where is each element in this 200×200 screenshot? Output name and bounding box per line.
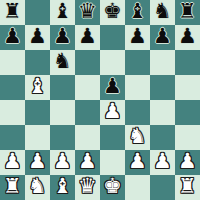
black-pawn: ♟	[128, 25, 147, 49]
black-pawn: ♟	[53, 25, 72, 49]
square-g1[interactable]	[150, 175, 175, 200]
black-pawn: ♟	[153, 25, 172, 49]
square-e5[interactable]: ♟	[100, 75, 125, 100]
square-d2[interactable]: ♟	[75, 150, 100, 175]
square-f2[interactable]: ♟	[125, 150, 150, 175]
square-a3[interactable]	[0, 125, 25, 150]
white-pawn: ♟	[153, 150, 172, 174]
square-f4[interactable]	[125, 100, 150, 125]
square-d6[interactable]	[75, 50, 100, 75]
white-bishop: ♝	[53, 175, 72, 199]
square-a1[interactable]: ♜	[0, 175, 25, 200]
black-king: ♚	[103, 0, 122, 24]
square-h4[interactable]	[175, 100, 200, 125]
square-g5[interactable]	[150, 75, 175, 100]
square-f3[interactable]: ♞	[125, 125, 150, 150]
white-rook: ♜	[3, 175, 22, 199]
square-h5[interactable]	[175, 75, 200, 100]
white-pawn: ♟	[3, 150, 22, 174]
square-a5[interactable]	[0, 75, 25, 100]
white-bishop: ♝	[28, 75, 47, 99]
square-f7[interactable]: ♟	[125, 25, 150, 50]
black-pawn: ♟	[3, 25, 22, 49]
square-d1[interactable]: ♛	[75, 175, 100, 200]
black-knight: ♞	[53, 50, 72, 74]
black-pawn: ♟	[178, 25, 197, 49]
square-e1[interactable]: ♚	[100, 175, 125, 200]
square-d5[interactable]	[75, 75, 100, 100]
square-f1[interactable]	[125, 175, 150, 200]
square-e2[interactable]	[100, 150, 125, 175]
square-b5[interactable]: ♝	[25, 75, 50, 100]
black-rook: ♜	[178, 0, 197, 24]
square-d3[interactable]	[75, 125, 100, 150]
square-c5[interactable]	[50, 75, 75, 100]
black-queen: ♛	[78, 0, 97, 24]
square-e6[interactable]	[100, 50, 125, 75]
black-bishop: ♝	[128, 0, 147, 24]
square-c4[interactable]	[50, 100, 75, 125]
square-h1[interactable]: ♜	[175, 175, 200, 200]
square-f6[interactable]	[125, 50, 150, 75]
square-c1[interactable]: ♝	[50, 175, 75, 200]
white-pawn: ♟	[28, 150, 47, 174]
square-a8[interactable]: ♜	[0, 0, 25, 25]
square-e4[interactable]: ♟	[100, 100, 125, 125]
white-rook: ♜	[178, 175, 197, 199]
square-e8[interactable]: ♚	[100, 0, 125, 25]
white-queen: ♛	[78, 175, 97, 199]
square-b7[interactable]: ♟	[25, 25, 50, 50]
square-c7[interactable]: ♟	[50, 25, 75, 50]
square-g6[interactable]	[150, 50, 175, 75]
square-c3[interactable]	[50, 125, 75, 150]
white-knight: ♞	[128, 125, 147, 149]
square-b2[interactable]: ♟	[25, 150, 50, 175]
white-king: ♚	[103, 175, 122, 199]
square-g2[interactable]: ♟	[150, 150, 175, 175]
white-pawn: ♟	[78, 150, 97, 174]
white-pawn: ♟	[53, 150, 72, 174]
black-pawn: ♟	[78, 25, 97, 49]
square-c6[interactable]: ♞	[50, 50, 75, 75]
square-d4[interactable]	[75, 100, 100, 125]
black-pawn: ♟	[103, 75, 122, 99]
white-knight: ♞	[28, 175, 47, 199]
square-b6[interactable]	[25, 50, 50, 75]
black-pawn: ♟	[28, 25, 47, 49]
black-bishop: ♝	[53, 0, 72, 24]
square-f8[interactable]: ♝	[125, 0, 150, 25]
square-g3[interactable]	[150, 125, 175, 150]
square-c2[interactable]: ♟	[50, 150, 75, 175]
black-knight: ♞	[153, 0, 172, 24]
white-pawn: ♟	[103, 100, 122, 124]
white-pawn: ♟	[178, 150, 197, 174]
square-h3[interactable]	[175, 125, 200, 150]
square-e3[interactable]	[100, 125, 125, 150]
square-b1[interactable]: ♞	[25, 175, 50, 200]
square-b3[interactable]	[25, 125, 50, 150]
square-f5[interactable]	[125, 75, 150, 100]
square-b4[interactable]	[25, 100, 50, 125]
square-a2[interactable]: ♟	[0, 150, 25, 175]
square-h7[interactable]: ♟	[175, 25, 200, 50]
square-a7[interactable]: ♟	[0, 25, 25, 50]
square-d7[interactable]: ♟	[75, 25, 100, 50]
square-d8[interactable]: ♛	[75, 0, 100, 25]
square-h6[interactable]	[175, 50, 200, 75]
chess-board: ♜♝♛♚♝♞♜♟♟♟♟♟♟♟♞♝♟♟♞♟♟♟♟♟♟♟♜♞♝♛♚♜	[0, 0, 200, 200]
chess-board-container: ♜♝♛♚♝♞♜♟♟♟♟♟♟♟♞♝♟♟♞♟♟♟♟♟♟♟♜♞♝♛♚♜	[0, 0, 200, 200]
square-h2[interactable]: ♟	[175, 150, 200, 175]
square-b8[interactable]	[25, 0, 50, 25]
square-g4[interactable]	[150, 100, 175, 125]
square-a6[interactable]	[0, 50, 25, 75]
square-g8[interactable]: ♞	[150, 0, 175, 25]
black-rook: ♜	[3, 0, 22, 24]
square-e7[interactable]	[100, 25, 125, 50]
white-pawn: ♟	[128, 150, 147, 174]
square-h8[interactable]: ♜	[175, 0, 200, 25]
square-g7[interactable]: ♟	[150, 25, 175, 50]
square-c8[interactable]: ♝	[50, 0, 75, 25]
square-a4[interactable]	[0, 100, 25, 125]
